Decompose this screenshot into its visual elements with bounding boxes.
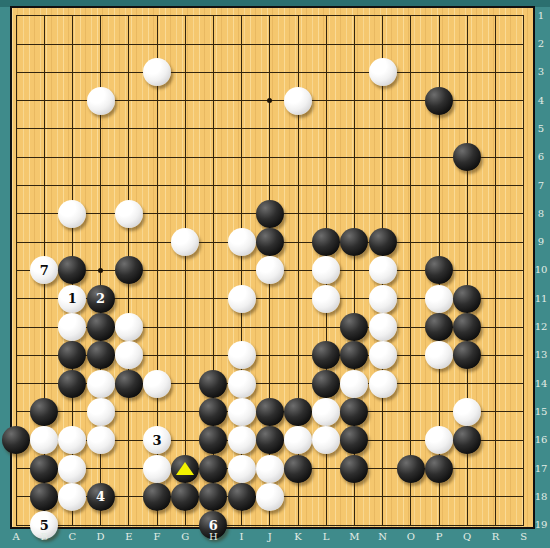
coordinate-row-label: 16 <box>533 434 549 446</box>
stone-white-B16[interactable] <box>30 426 58 454</box>
stone-black-A16[interactable] <box>2 426 30 454</box>
coordinate-column-label: F <box>147 531 167 543</box>
coordinate-column-label: P <box>429 531 449 543</box>
stone-white-D4[interactable] <box>87 87 115 115</box>
coordinate-column-label: N <box>373 531 393 543</box>
stone-white-K4[interactable] <box>284 87 312 115</box>
stone-white-N3[interactable] <box>369 58 397 86</box>
stone-black-L13[interactable] <box>312 341 340 369</box>
stone-white-I16[interactable] <box>228 426 256 454</box>
stone-black-F18[interactable] <box>143 483 171 511</box>
coordinate-column-label: S <box>514 531 534 543</box>
stone-black-J8[interactable] <box>256 200 284 228</box>
stone-white-N12[interactable] <box>369 313 397 341</box>
stone-black-Q6[interactable] <box>453 143 481 171</box>
stone-white-F17[interactable] <box>143 455 171 483</box>
stone-black-K17[interactable] <box>284 455 312 483</box>
coordinate-row-label: 3 <box>533 66 549 78</box>
stone-white-F3[interactable] <box>143 58 171 86</box>
stone-white-F16[interactable] <box>143 426 171 454</box>
stone-white-N14[interactable] <box>369 370 397 398</box>
stone-black-H14[interactable] <box>199 370 227 398</box>
coordinate-row-label: 15 <box>533 406 549 418</box>
stone-black-Q16[interactable] <box>453 426 481 454</box>
stone-white-Q15[interactable] <box>453 398 481 426</box>
stone-white-C12[interactable] <box>58 313 86 341</box>
stone-black-B15[interactable] <box>30 398 58 426</box>
stone-black-P10[interactable] <box>425 256 453 284</box>
coordinate-column-label: A <box>6 531 26 543</box>
stone-white-E8[interactable] <box>115 200 143 228</box>
coordinate-column-label: B <box>34 531 54 543</box>
stone-white-P13[interactable] <box>425 341 453 369</box>
stone-white-I14[interactable] <box>228 370 256 398</box>
stone-white-F14[interactable] <box>143 370 171 398</box>
coordinate-row-label: 17 <box>533 463 549 475</box>
stone-black-G18[interactable] <box>171 483 199 511</box>
stone-white-I15[interactable] <box>228 398 256 426</box>
coordinate-row-label: 18 <box>533 491 549 503</box>
stone-white-K16[interactable] <box>284 426 312 454</box>
coordinate-column-label: Q <box>457 531 477 543</box>
stone-white-N10[interactable] <box>369 256 397 284</box>
coordinate-column-label: H <box>203 531 223 543</box>
stone-black-L14[interactable] <box>312 370 340 398</box>
stone-white-M14[interactable] <box>340 370 368 398</box>
coordinate-column-label: D <box>91 531 111 543</box>
star-point <box>267 98 272 103</box>
stone-white-P16[interactable] <box>425 426 453 454</box>
coordinate-column-label: G <box>175 531 195 543</box>
stone-white-J17[interactable] <box>256 455 284 483</box>
stone-black-H17[interactable] <box>199 455 227 483</box>
stone-black-D12[interactable] <box>87 313 115 341</box>
stone-black-G17[interactable] <box>171 455 199 483</box>
stone-white-C11[interactable] <box>58 285 86 313</box>
coordinate-row-label: 7 <box>533 180 549 192</box>
coordinate-row-label: 10 <box>533 264 549 276</box>
stone-black-D13[interactable] <box>87 341 115 369</box>
stone-white-I9[interactable] <box>228 228 256 256</box>
stone-white-G9[interactable] <box>171 228 199 256</box>
stone-black-C14[interactable] <box>58 370 86 398</box>
stone-white-J18[interactable] <box>256 483 284 511</box>
stone-black-I18[interactable] <box>228 483 256 511</box>
coordinate-row-label: 14 <box>533 378 549 390</box>
stone-black-Q13[interactable] <box>453 341 481 369</box>
stone-white-J10[interactable] <box>256 256 284 284</box>
coordinate-column-label: R <box>485 531 505 543</box>
stone-black-H15[interactable] <box>199 398 227 426</box>
stone-black-N9[interactable] <box>369 228 397 256</box>
coordinate-row-label: 12 <box>533 321 549 333</box>
grid-line-vertical <box>495 16 496 525</box>
stone-black-P17[interactable] <box>425 455 453 483</box>
grid-line-horizontal <box>16 525 524 526</box>
stone-black-O17[interactable] <box>397 455 425 483</box>
stone-white-C17[interactable] <box>58 455 86 483</box>
stone-white-B10[interactable] <box>30 256 58 284</box>
coordinate-row-label: 9 <box>533 236 549 248</box>
coordinate-column-label: I <box>232 531 252 543</box>
stone-black-M15[interactable] <box>340 398 368 426</box>
stone-black-M12[interactable] <box>340 313 368 341</box>
stone-white-I17[interactable] <box>228 455 256 483</box>
stone-white-L16[interactable] <box>312 426 340 454</box>
stone-black-E14[interactable] <box>115 370 143 398</box>
stone-black-Q11[interactable] <box>453 285 481 313</box>
coordinate-row-label: 13 <box>533 349 549 361</box>
stone-white-I13[interactable] <box>228 341 256 369</box>
stone-black-M13[interactable] <box>340 341 368 369</box>
stone-white-P11[interactable] <box>425 285 453 313</box>
stone-white-L11[interactable] <box>312 285 340 313</box>
stone-white-L10[interactable] <box>312 256 340 284</box>
stone-black-D11[interactable] <box>87 285 115 313</box>
stone-black-H18[interactable] <box>199 483 227 511</box>
stone-black-B18[interactable] <box>30 483 58 511</box>
coordinate-column-label: O <box>401 531 421 543</box>
coordinate-row-label: 19 <box>533 519 549 531</box>
stone-black-P12[interactable] <box>425 313 453 341</box>
stone-black-D18[interactable] <box>87 483 115 511</box>
coordinate-column-label: J <box>260 531 280 543</box>
coordinate-row-label: 11 <box>533 293 549 305</box>
stone-white-N11[interactable] <box>369 285 397 313</box>
stone-black-P4[interactable] <box>425 87 453 115</box>
stone-black-H16[interactable] <box>199 426 227 454</box>
board-layer: 1234567ABCDEFGHIJKLMNOPQRS12345678910111… <box>0 0 550 548</box>
stone-white-C18[interactable] <box>58 483 86 511</box>
stone-white-L15[interactable] <box>312 398 340 426</box>
stone-black-J15[interactable] <box>256 398 284 426</box>
stone-white-D15[interactable] <box>87 398 115 426</box>
coordinate-column-label: K <box>288 531 308 543</box>
star-point <box>98 268 103 273</box>
stone-black-L9[interactable] <box>312 228 340 256</box>
stone-white-C16[interactable] <box>58 426 86 454</box>
stone-white-N13[interactable] <box>369 341 397 369</box>
stone-black-C10[interactable] <box>58 256 86 284</box>
grid-line-vertical <box>523 16 524 525</box>
coordinate-column-label: L <box>316 531 336 543</box>
coordinate-row-label: 6 <box>533 151 549 163</box>
stone-white-I11[interactable] <box>228 285 256 313</box>
stone-black-J9[interactable] <box>256 228 284 256</box>
stone-black-Q12[interactable] <box>453 313 481 341</box>
grid-line-vertical <box>410 16 411 525</box>
go-game-window: 1234567ABCDEFGHIJKLMNOPQRS12345678910111… <box>0 0 550 548</box>
coordinate-row-label: 8 <box>533 208 549 220</box>
stone-black-M9[interactable] <box>340 228 368 256</box>
coordinate-row-label: 4 <box>533 95 549 107</box>
coordinate-row-label: 5 <box>533 123 549 135</box>
coordinate-column-label: C <box>62 531 82 543</box>
stone-black-C13[interactable] <box>58 341 86 369</box>
stone-white-D14[interactable] <box>87 370 115 398</box>
stone-black-J16[interactable] <box>256 426 284 454</box>
stone-white-E12[interactable] <box>115 313 143 341</box>
stone-black-M17[interactable] <box>340 455 368 483</box>
coordinate-column-label: E <box>119 531 139 543</box>
coordinate-column-label: M <box>344 531 364 543</box>
stone-white-D16[interactable] <box>87 426 115 454</box>
stone-black-B17[interactable] <box>30 455 58 483</box>
coordinate-row-label: 1 <box>533 10 549 22</box>
stone-white-C8[interactable] <box>58 200 86 228</box>
stone-black-K15[interactable] <box>284 398 312 426</box>
stone-black-M16[interactable] <box>340 426 368 454</box>
coordinate-row-label: 2 <box>533 38 549 50</box>
stone-white-E13[interactable] <box>115 341 143 369</box>
stone-black-E10[interactable] <box>115 256 143 284</box>
